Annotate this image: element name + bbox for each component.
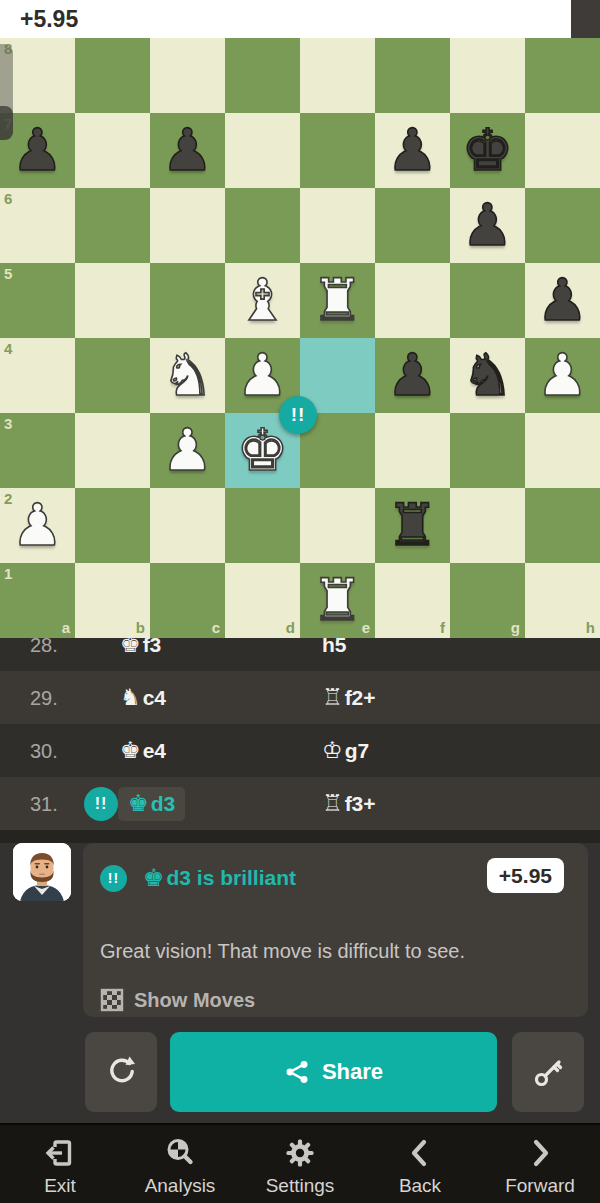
white-move-30[interactable]: ♚e4: [120, 739, 166, 763]
square-h5[interactable]: ♟: [525, 263, 600, 338]
black-king[interactable]: ♚: [450, 113, 525, 188]
gear-icon: [282, 1133, 318, 1173]
white-rook[interactable]: ♜: [300, 563, 375, 638]
square-g3[interactable]: [450, 413, 525, 488]
black-pawn[interactable]: ♟: [450, 188, 525, 263]
brilliant-badge-small: !!: [84, 787, 118, 821]
white-pawn[interactable]: ♟: [0, 488, 75, 563]
nav-exit[interactable]: Exit: [0, 1125, 120, 1203]
square-e1[interactable]: e♜: [300, 563, 375, 638]
square-g6[interactable]: ♟: [450, 188, 525, 263]
rank-label-6: 6: [4, 190, 12, 207]
analysis-card: !! ♚d3 is brilliant +5.95 Great vision! …: [83, 843, 588, 1017]
square-c5[interactable]: [150, 263, 225, 338]
square-c8[interactable]: [150, 38, 225, 113]
rank-label-5: 5: [4, 265, 12, 282]
section-divider: [0, 830, 600, 843]
square-g8[interactable]: [450, 38, 525, 113]
black-move-29[interactable]: ♖f2+: [322, 686, 376, 710]
black-move-28[interactable]: h5: [322, 638, 347, 657]
square-h7[interactable]: [525, 113, 600, 188]
square-b7[interactable]: [75, 113, 150, 188]
file-label-h: h: [586, 619, 595, 636]
scroll-indicator-blob: [0, 44, 13, 140]
white-pawn[interactable]: ♟: [525, 338, 600, 413]
move-number: 28.: [30, 638, 58, 656]
player-avatar: [13, 843, 71, 901]
square-d1[interactable]: d: [225, 563, 300, 638]
white-king-figurine: ♚: [120, 739, 141, 762]
rank-label-3: 3: [4, 415, 12, 432]
share-icon: [284, 1059, 310, 1085]
nav-settings[interactable]: Settings: [240, 1125, 360, 1203]
file-label-f: f: [440, 619, 445, 636]
chevron-right-icon: [522, 1133, 558, 1173]
square-h6[interactable]: [525, 188, 600, 263]
white-rook[interactable]: ♜: [300, 263, 375, 338]
analysis-comment: Great vision! That move is difficult to …: [100, 940, 465, 963]
square-f3[interactable]: [375, 413, 450, 488]
square-b2[interactable]: [75, 488, 150, 563]
chess-board[interactable]: 87♟♟♟♚6♟5♝♜♟4♞♟♟♞♟3♟♚2♟♜1abcde♜fgh: [0, 38, 600, 638]
square-d5[interactable]: ♝: [225, 263, 300, 338]
nav-label: Forward: [505, 1175, 575, 1197]
bottom-navigation: Exit Analysis: [0, 1123, 600, 1203]
square-d7[interactable]: [225, 113, 300, 188]
nav-forward[interactable]: Forward: [480, 1125, 600, 1203]
square-b4[interactable]: [75, 338, 150, 413]
square-b8[interactable]: [75, 38, 150, 113]
white-move-31-highlighted[interactable]: ♚d3: [118, 787, 185, 821]
square-e6[interactable]: [300, 188, 375, 263]
key-icon: [530, 1054, 566, 1090]
square-h1[interactable]: h: [525, 563, 600, 638]
square-d6[interactable]: [225, 188, 300, 263]
square-f8[interactable]: [375, 38, 450, 113]
square-h8[interactable]: [525, 38, 600, 113]
move-row-31[interactable]: 31. !! ♚d3 ♖f3+: [0, 777, 600, 830]
avatar-face-illustration: [13, 843, 71, 901]
black-move-31[interactable]: ♖f3+: [322, 792, 376, 816]
square-f1[interactable]: f: [375, 563, 450, 638]
square-e5[interactable]: ♜: [300, 263, 375, 338]
square-f7[interactable]: ♟: [375, 113, 450, 188]
square-h4[interactable]: ♟: [525, 338, 600, 413]
scroll-indicator-tip: [0, 106, 13, 140]
white-king-figurine: ♚: [120, 638, 141, 656]
evaluation-badge: +5.95: [487, 858, 564, 893]
square-d8[interactable]: [225, 38, 300, 113]
move-row-28[interactable]: 28. ♚f3 h5: [0, 638, 600, 671]
white-knight[interactable]: ♞: [150, 338, 225, 413]
black-pawn[interactable]: ♟: [375, 113, 450, 188]
nav-label: Back: [399, 1175, 441, 1197]
square-c1[interactable]: c: [150, 563, 225, 638]
square-f2[interactable]: ♜: [375, 488, 450, 563]
square-d2[interactable]: [225, 488, 300, 563]
square-h3[interactable]: [525, 413, 600, 488]
square-f4[interactable]: ♟: [375, 338, 450, 413]
square-e8[interactable]: [300, 38, 375, 113]
square-b3[interactable]: [75, 413, 150, 488]
file-label-b: b: [136, 619, 145, 636]
nav-label: Exit: [44, 1175, 76, 1197]
nav-analysis[interactable]: Analysis: [120, 1125, 240, 1203]
black-knight[interactable]: ♞: [450, 338, 525, 413]
square-g1[interactable]: g: [450, 563, 525, 638]
analysis-magnifier-icon: [162, 1133, 198, 1173]
nav-label: Settings: [266, 1175, 335, 1197]
move-list: 28. ♚f3 h5 29. ♞c4 ♖f2+ 30. ♚e4 ♔g7 31. …: [0, 638, 600, 830]
top-right-corner-block: [571, 0, 600, 38]
black-pawn[interactable]: ♟: [375, 338, 450, 413]
file-label-d: d: [286, 619, 295, 636]
white-pawn[interactable]: ♟: [150, 413, 225, 488]
black-pawn[interactable]: ♟: [525, 263, 600, 338]
file-label-c: c: [212, 619, 220, 636]
hint-button[interactable]: [512, 1032, 584, 1112]
square-c7[interactable]: ♟: [150, 113, 225, 188]
brilliant-badge-card: !!: [100, 865, 127, 892]
evaluation-score: +5.95: [20, 6, 78, 33]
square-b1[interactable]: b: [75, 563, 150, 638]
square-g2[interactable]: [450, 488, 525, 563]
move-number: 30.: [30, 739, 58, 762]
retry-button[interactable]: [85, 1032, 157, 1112]
square-f6[interactable]: [375, 188, 450, 263]
move-number: 31.: [30, 792, 58, 815]
square-g4[interactable]: ♞: [450, 338, 525, 413]
square-a1[interactable]: 1a: [0, 563, 75, 638]
white-king-figurine: ♚: [143, 866, 165, 890]
nav-label: Analysis: [145, 1175, 216, 1197]
square-e2[interactable]: [300, 488, 375, 563]
white-move-29[interactable]: ♞c4: [120, 686, 166, 710]
exit-door-icon: [42, 1133, 78, 1173]
chevron-left-icon: [402, 1133, 438, 1173]
square-f5[interactable]: [375, 263, 450, 338]
refresh-icon: [103, 1054, 139, 1090]
move-row-29[interactable]: 29. ♞c4 ♖f2+: [0, 671, 600, 724]
rank-label-1: 1: [4, 565, 12, 582]
square-b5[interactable]: [75, 263, 150, 338]
show-moves-button[interactable]: Show Moves: [100, 988, 255, 1012]
white-move-28[interactable]: ♚f3: [120, 638, 161, 657]
rank-label-4: 4: [4, 340, 12, 357]
top-bar: +5.95: [0, 0, 600, 38]
square-c2[interactable]: [150, 488, 225, 563]
square-a5[interactable]: 5: [0, 263, 75, 338]
share-button[interactable]: Share: [170, 1032, 497, 1112]
share-label: Share: [322, 1059, 383, 1085]
square-a2[interactable]: 2♟: [0, 488, 75, 563]
file-label-g: g: [511, 619, 520, 636]
square-g5[interactable]: [450, 263, 525, 338]
square-g7[interactable]: ♚: [450, 113, 525, 188]
square-h2[interactable]: [525, 488, 600, 563]
black-pawn[interactable]: ♟: [150, 113, 225, 188]
analysis-title: ♚d3 is brilliant: [143, 866, 296, 890]
black-king-figurine: ♔: [322, 739, 343, 762]
square-a3[interactable]: 3: [0, 413, 75, 488]
move-number: 29.: [30, 686, 58, 709]
square-c4[interactable]: ♞: [150, 338, 225, 413]
square-a6[interactable]: 6: [0, 188, 75, 263]
black-rook[interactable]: ♜: [375, 488, 450, 563]
white-knight-figurine: ♞: [120, 686, 141, 709]
black-rook-figurine: ♖: [322, 686, 343, 709]
square-b6[interactable]: [75, 188, 150, 263]
white-king-figurine: ♚: [128, 792, 149, 815]
square-a4[interactable]: 4: [0, 338, 75, 413]
checkerboard-icon: [100, 988, 124, 1012]
nav-back[interactable]: Back: [360, 1125, 480, 1203]
black-move-30[interactable]: ♔g7: [322, 739, 369, 763]
white-bishop[interactable]: ♝: [225, 263, 300, 338]
file-label-a: a: [62, 619, 70, 636]
square-c6[interactable]: [150, 188, 225, 263]
brilliant-move-badge: !!: [279, 396, 317, 434]
square-c3[interactable]: ♟: [150, 413, 225, 488]
move-row-30[interactable]: 30. ♚e4 ♔g7: [0, 724, 600, 777]
square-e7[interactable]: [300, 113, 375, 188]
black-rook-figurine: ♖: [322, 792, 343, 815]
